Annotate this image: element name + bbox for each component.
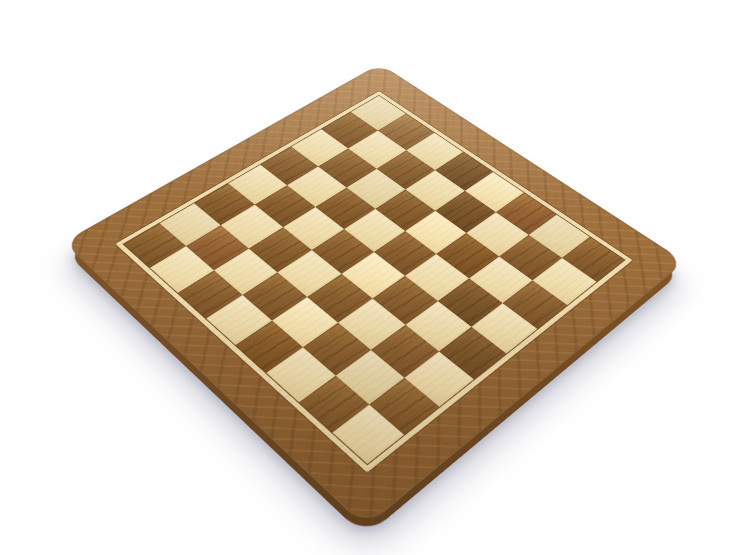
board-top-surface bbox=[63, 64, 685, 528]
maple-inlay-border bbox=[114, 90, 634, 474]
photo-canvas bbox=[0, 0, 750, 555]
chess-board bbox=[63, 64, 685, 528]
squares-grid bbox=[122, 95, 625, 466]
board-scene bbox=[0, 0, 750, 555]
